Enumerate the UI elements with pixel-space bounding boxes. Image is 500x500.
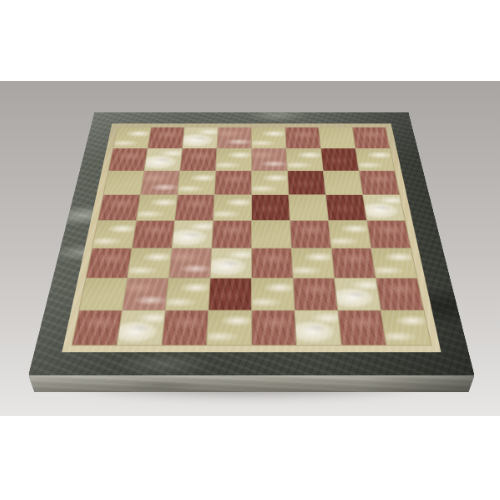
- square-d1: [207, 311, 251, 345]
- square-c2: [166, 278, 210, 310]
- square-e5: [252, 195, 290, 220]
- square-h6: [359, 171, 399, 194]
- board-frame: [29, 112, 475, 376]
- square-g5: [326, 195, 366, 220]
- square-e7: [252, 149, 287, 171]
- square-c5: [175, 195, 214, 220]
- square-f5: [289, 195, 328, 220]
- square-a3: [86, 249, 131, 278]
- square-b3: [128, 249, 172, 278]
- board-scene: [67, 36, 435, 404]
- square-c4: [172, 221, 212, 248]
- square-h7: [356, 149, 394, 171]
- square-d4: [212, 221, 251, 248]
- board-border-strip: [62, 124, 441, 353]
- square-d3: [211, 249, 252, 278]
- square-d8: [217, 128, 251, 149]
- square-c7: [180, 149, 216, 171]
- square-a1: [72, 311, 121, 345]
- square-g8: [319, 128, 355, 149]
- square-h2: [376, 278, 423, 310]
- square-f4: [290, 221, 330, 248]
- square-c6: [178, 171, 215, 194]
- square-g6: [324, 171, 363, 194]
- square-h1: [381, 311, 430, 345]
- square-h3: [372, 249, 417, 278]
- square-d7: [216, 149, 251, 171]
- square-b6: [141, 171, 180, 194]
- photo-canvas: [0, 0, 500, 500]
- square-h4: [367, 221, 410, 248]
- square-a2: [80, 278, 127, 310]
- square-g3: [332, 249, 376, 278]
- chessboard: [29, 112, 475, 376]
- square-a7: [109, 149, 147, 171]
- playing-area: [71, 127, 432, 346]
- square-g1: [338, 311, 386, 345]
- square-d2: [209, 278, 251, 310]
- square-b7: [145, 149, 182, 171]
- square-f8: [285, 128, 320, 149]
- square-e8: [252, 128, 286, 149]
- square-d6: [215, 171, 251, 194]
- square-e4: [252, 221, 291, 248]
- square-f1: [295, 311, 341, 345]
- square-a5: [98, 195, 140, 220]
- square-h8: [352, 128, 389, 149]
- square-e1: [252, 311, 296, 345]
- square-f3: [292, 249, 334, 278]
- square-e6: [252, 171, 288, 194]
- square-h5: [363, 195, 405, 220]
- square-c3: [169, 249, 211, 278]
- square-a6: [104, 171, 144, 194]
- square-g7: [321, 149, 358, 171]
- square-b1: [117, 311, 165, 345]
- square-b4: [132, 221, 174, 248]
- square-b5: [137, 195, 177, 220]
- square-e3: [252, 249, 293, 278]
- square-c8: [183, 128, 218, 149]
- square-e2: [252, 278, 294, 310]
- square-c1: [162, 311, 208, 345]
- square-a8: [113, 128, 150, 149]
- square-d5: [214, 195, 252, 220]
- square-f6: [288, 171, 325, 194]
- square-a4: [93, 221, 136, 248]
- square-g2: [335, 278, 380, 310]
- square-f2: [293, 278, 337, 310]
- square-b8: [148, 128, 184, 149]
- square-g4: [329, 221, 371, 248]
- square-f7: [287, 149, 323, 171]
- square-b2: [123, 278, 168, 310]
- board-front-edge: [29, 375, 475, 392]
